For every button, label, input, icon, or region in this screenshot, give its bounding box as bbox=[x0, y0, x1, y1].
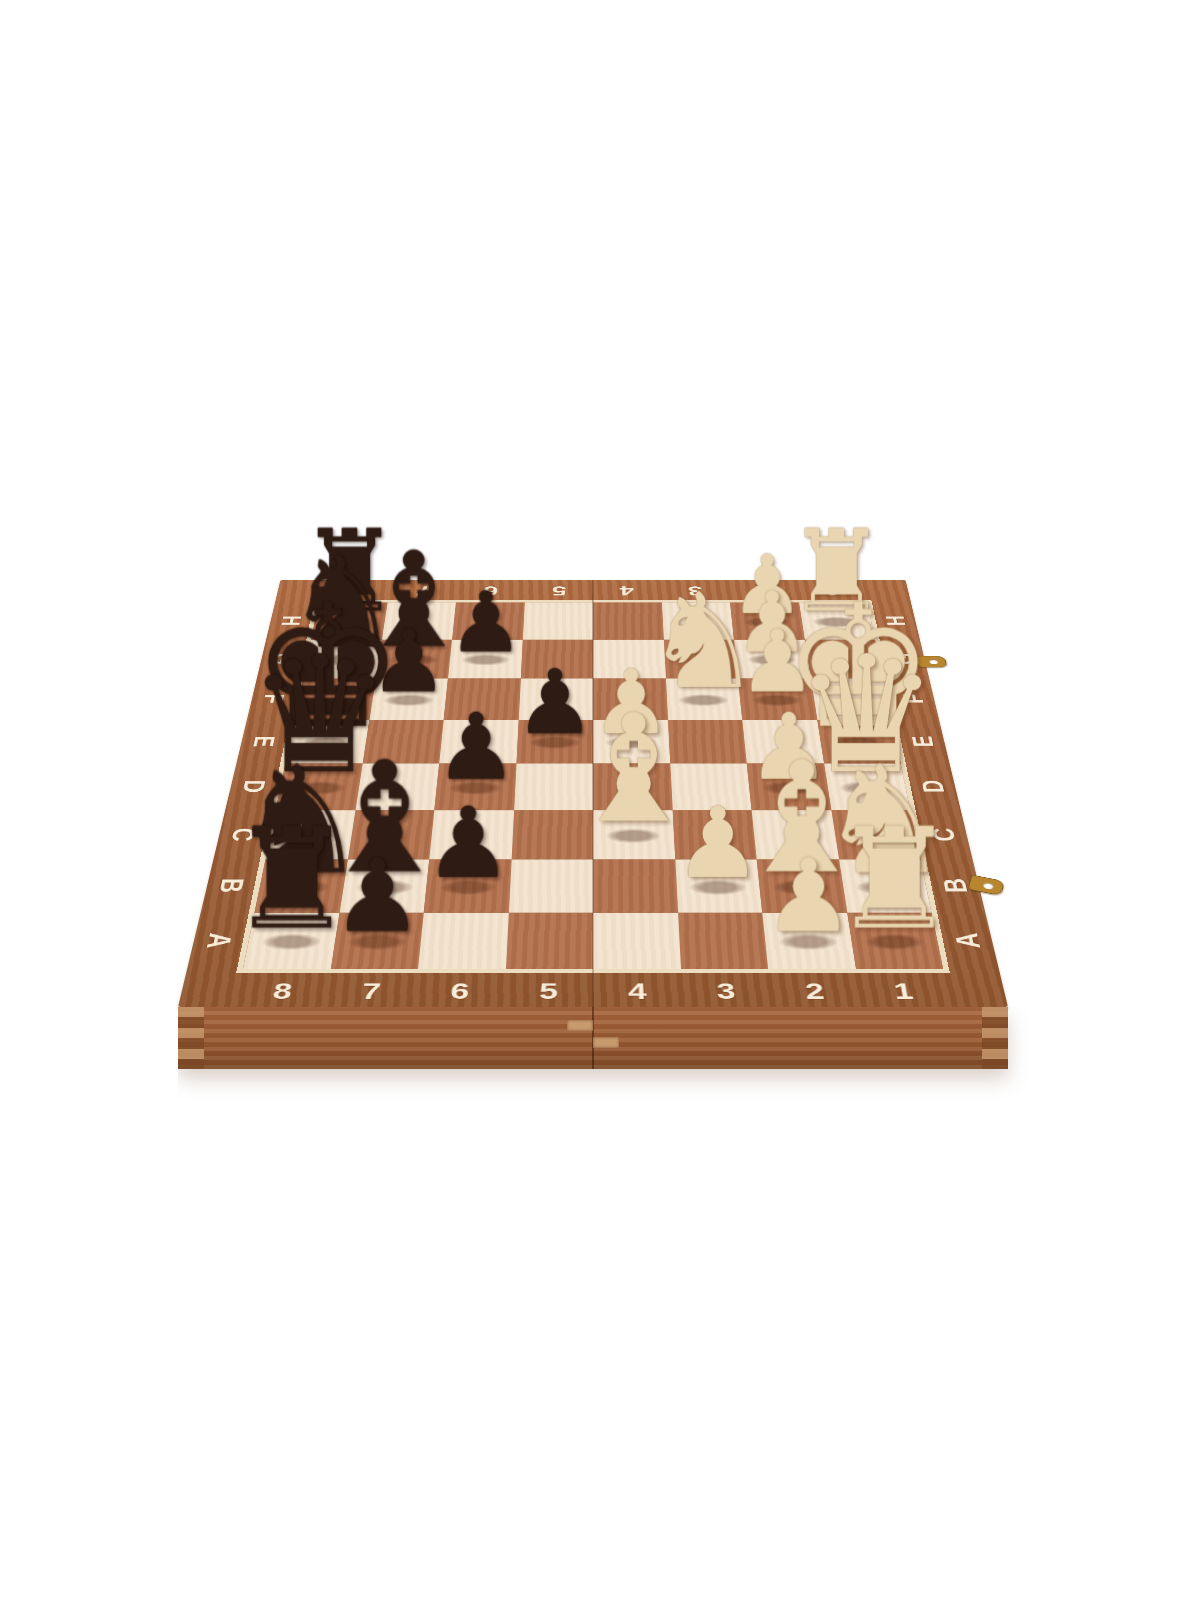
rank-label: 7 bbox=[325, 977, 417, 1005]
piece-black-pawn[interactable]: ♟ bbox=[332, 852, 423, 943]
rank-label: 6 bbox=[414, 977, 505, 1005]
board-grid: ♜♟♜♞♝♟♟♟♞♟♚♟♟♚♛♟♟♛♝♞♝♟♟♝♞♜♟♟♜ bbox=[243, 603, 943, 969]
rank-label: 3 bbox=[681, 977, 772, 1005]
playing-area: ♜♟♜♞♝♟♟♟♞♟♚♟♟♚♛♟♟♛♝♞♝♟♟♝♞♜♟♟♜ bbox=[236, 600, 950, 973]
square-h5[interactable] bbox=[523, 603, 593, 640]
rank-label: 4 bbox=[593, 977, 682, 1005]
rank-label: 1 bbox=[857, 977, 951, 1005]
piece-black-pawn[interactable]: ♟ bbox=[448, 585, 523, 661]
square-a5[interactable] bbox=[505, 912, 593, 968]
rank-label: 2 bbox=[769, 977, 861, 1005]
fold-notch bbox=[593, 1037, 619, 1048]
square-a8[interactable]: ♜ bbox=[243, 912, 339, 968]
square-a1[interactable]: ♜ bbox=[847, 912, 943, 968]
rank-label: 5 bbox=[504, 977, 593, 1005]
latch-hole bbox=[982, 882, 994, 890]
square-g6[interactable]: ♟ bbox=[448, 639, 523, 678]
square-a4[interactable] bbox=[593, 912, 681, 968]
rank-label: 8 bbox=[235, 977, 329, 1005]
finger-joint-left bbox=[178, 1007, 204, 1069]
square-b6[interactable]: ♟ bbox=[424, 860, 511, 913]
finger-joint-right bbox=[982, 1007, 1008, 1069]
fold-notch bbox=[567, 1020, 593, 1031]
chess-board: 87654321 87654321 HGFEDCBA HGFEDCBA ♜♟♜♞… bbox=[178, 580, 1008, 1007]
square-b5[interactable] bbox=[508, 860, 593, 913]
chessboard-scene: 87654321 87654321 HGFEDCBA HGFEDCBA ♜♟♜♞… bbox=[178, 177, 1008, 1007]
square-a7[interactable]: ♟ bbox=[330, 912, 423, 968]
square-b4[interactable] bbox=[593, 860, 678, 913]
square-a6[interactable] bbox=[418, 912, 508, 968]
rank-label: 5 bbox=[525, 582, 593, 599]
square-a3[interactable] bbox=[678, 912, 768, 968]
piece-black-pawn[interactable]: ♟ bbox=[424, 800, 512, 888]
piece-white-rook[interactable]: ♜ bbox=[832, 817, 957, 943]
board-front-face bbox=[178, 1007, 1008, 1069]
square-c4[interactable]: ♝ bbox=[593, 810, 675, 860]
